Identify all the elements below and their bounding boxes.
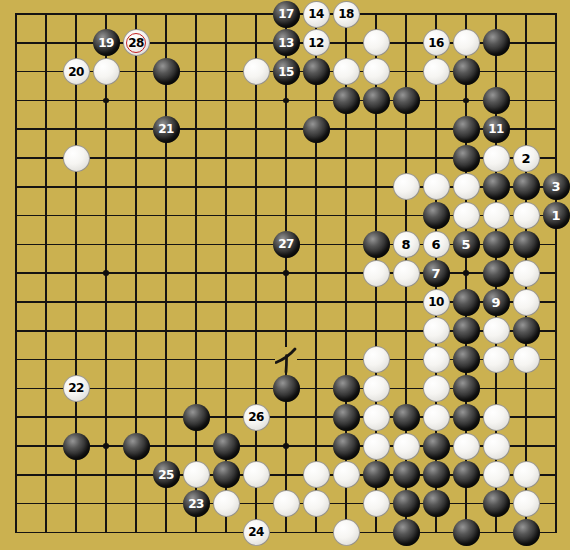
stone-white — [423, 173, 450, 200]
stone-black — [423, 490, 450, 517]
stone-white — [363, 404, 390, 431]
stone-white — [63, 145, 90, 172]
stone-white — [393, 433, 420, 460]
stone-black — [393, 87, 420, 114]
go-board: 1714181928131216201521112312786571092226… — [0, 0, 570, 550]
stone-black — [213, 461, 240, 488]
stone-black — [423, 433, 450, 460]
stone-black — [363, 231, 390, 258]
move-number: 19 — [98, 37, 114, 49]
star-point — [283, 443, 289, 449]
stone-white — [483, 317, 510, 344]
stone-black — [213, 433, 240, 460]
stone-white — [423, 404, 450, 431]
stone-white — [453, 202, 480, 229]
star-point — [103, 270, 109, 276]
stone-black — [453, 375, 480, 402]
move-number: 5 — [461, 238, 470, 251]
move-number: 24 — [248, 526, 264, 538]
stone-white — [213, 490, 240, 517]
stone-white — [453, 433, 480, 460]
move-number: 11 — [488, 123, 504, 135]
stone-black — [483, 231, 510, 258]
star-point — [463, 98, 469, 104]
stone-white — [423, 375, 450, 402]
move-number: 17 — [278, 8, 294, 20]
stone-black-move-19: 19 — [93, 29, 120, 56]
stone-white-move-6: 6 — [423, 231, 450, 258]
stone-black — [453, 519, 480, 546]
stone-black — [333, 433, 360, 460]
stone-white-move-8: 8 — [393, 231, 420, 258]
move-number: 15 — [278, 66, 294, 78]
stone-black — [453, 289, 480, 316]
stone-black-move-13: 13 — [273, 29, 300, 56]
move-number: 14 — [308, 8, 324, 20]
stone-black — [63, 433, 90, 460]
move-number: 16 — [428, 37, 444, 49]
stone-white — [513, 461, 540, 488]
stone-white — [453, 173, 480, 200]
move-number: 25 — [158, 469, 174, 481]
stone-black — [423, 202, 450, 229]
stone-black — [333, 375, 360, 402]
stone-white — [363, 433, 390, 460]
katakana-i-icon — [275, 347, 297, 373]
star-point — [463, 270, 469, 276]
stone-white — [513, 260, 540, 287]
stone-black — [333, 87, 360, 114]
stone-white-move-22: 22 — [63, 375, 90, 402]
star-point — [103, 98, 109, 104]
stone-black — [453, 461, 480, 488]
move-number: 22 — [68, 382, 84, 394]
stone-black — [483, 260, 510, 287]
stone-white — [513, 202, 540, 229]
stone-black-move-25: 25 — [153, 461, 180, 488]
stone-black — [303, 116, 330, 143]
stone-black — [183, 404, 210, 431]
stone-black — [483, 173, 510, 200]
stone-black — [483, 29, 510, 56]
stone-black — [393, 519, 420, 546]
stone-black — [303, 58, 330, 85]
stone-black — [333, 404, 360, 431]
stone-black — [153, 58, 180, 85]
stone-black-move-9: 9 — [483, 289, 510, 316]
move-number: 18 — [338, 8, 354, 20]
stone-white — [333, 58, 360, 85]
stone-white — [423, 58, 450, 85]
stone-white — [483, 346, 510, 373]
stone-black-move-27: 27 — [273, 231, 300, 258]
move-number-circled: 28 — [126, 33, 146, 53]
star-point — [103, 443, 109, 449]
stone-white — [363, 375, 390, 402]
stone-white — [513, 490, 540, 517]
stone-black — [393, 404, 420, 431]
move-number: 26 — [248, 411, 264, 423]
stone-white-move-16: 16 — [423, 29, 450, 56]
stone-white — [273, 490, 300, 517]
stone-white — [483, 202, 510, 229]
stone-black — [513, 231, 540, 258]
stone-black — [123, 433, 150, 460]
stone-black — [393, 461, 420, 488]
stone-black-move-21: 21 — [153, 116, 180, 143]
stone-black — [453, 116, 480, 143]
stone-white — [303, 490, 330, 517]
stone-black — [483, 87, 510, 114]
stone-black — [483, 490, 510, 517]
stone-white — [393, 260, 420, 287]
stone-white-move-26: 26 — [243, 404, 270, 431]
stone-white — [243, 58, 270, 85]
stone-white-move-18: 18 — [333, 1, 360, 28]
stone-white — [483, 404, 510, 431]
stone-white-move-10: 10 — [423, 289, 450, 316]
move-number: 1 — [551, 209, 560, 222]
stone-white — [333, 519, 360, 546]
stone-white — [453, 29, 480, 56]
stone-white — [483, 145, 510, 172]
stone-white — [423, 317, 450, 344]
stone-white-move-14: 14 — [303, 1, 330, 28]
stone-black-move-11: 11 — [483, 116, 510, 143]
move-number: 6 — [431, 238, 440, 251]
stone-black — [363, 87, 390, 114]
stone-white — [333, 461, 360, 488]
move-number: 10 — [428, 296, 444, 308]
stone-black — [513, 317, 540, 344]
stone-black-move-3: 3 — [543, 173, 570, 200]
stone-white — [483, 433, 510, 460]
stone-white — [363, 58, 390, 85]
stone-black-move-1: 1 — [543, 202, 570, 229]
move-number: 8 — [401, 238, 410, 251]
stone-white — [513, 289, 540, 316]
stone-white — [93, 58, 120, 85]
move-number: 7 — [431, 267, 440, 280]
point-label-i-mark — [275, 347, 297, 373]
move-number: 20 — [68, 66, 84, 78]
stone-white — [363, 346, 390, 373]
stone-black-move-23: 23 — [183, 490, 210, 517]
kifu-diagram: { "game": "go", "diagram": { "descriptio… — [0, 0, 570, 550]
stone-black — [513, 519, 540, 546]
stone-white-move-28: 28 — [123, 29, 150, 56]
stone-black-move-5: 5 — [453, 231, 480, 258]
move-number: 21 — [158, 123, 174, 135]
star-point — [283, 98, 289, 104]
stone-white — [363, 260, 390, 287]
stone-black — [453, 404, 480, 431]
stone-black — [423, 461, 450, 488]
move-number: 13 — [278, 37, 294, 49]
stone-black — [453, 145, 480, 172]
stone-black — [453, 346, 480, 373]
move-number: 2 — [521, 152, 530, 165]
stone-white-move-2: 2 — [513, 145, 540, 172]
stone-black-move-17: 17 — [273, 1, 300, 28]
move-number: 12 — [308, 37, 324, 49]
stone-white — [423, 346, 450, 373]
stone-white — [483, 461, 510, 488]
stone-white — [303, 461, 330, 488]
stone-black — [393, 490, 420, 517]
stone-white-move-12: 12 — [303, 29, 330, 56]
move-number: 23 — [188, 498, 204, 510]
move-number: 9 — [491, 296, 500, 309]
stone-white-move-24: 24 — [243, 519, 270, 546]
move-number: 3 — [551, 180, 560, 193]
stone-white — [363, 29, 390, 56]
stone-black — [453, 58, 480, 85]
stone-white-move-20: 20 — [63, 58, 90, 85]
star-point — [283, 270, 289, 276]
stone-black-move-7: 7 — [423, 260, 450, 287]
stone-black — [513, 173, 540, 200]
stone-black — [273, 375, 300, 402]
stone-white — [243, 461, 270, 488]
stone-black-move-15: 15 — [273, 58, 300, 85]
stone-black — [363, 461, 390, 488]
stone-white — [513, 346, 540, 373]
stone-black — [453, 317, 480, 344]
stone-white — [393, 173, 420, 200]
stone-white — [183, 461, 210, 488]
move-number: 27 — [278, 238, 294, 250]
stone-white — [363, 490, 390, 517]
